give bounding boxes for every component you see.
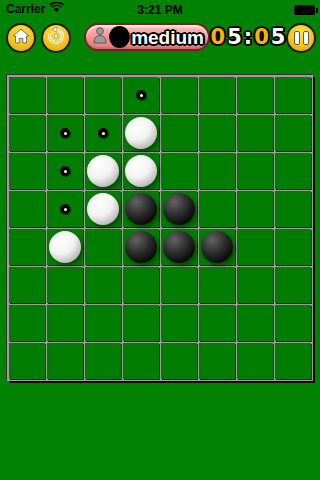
toolbar: medium 05:05 [0, 20, 320, 60]
board-cell-a8[interactable] [9, 343, 45, 379]
board-cell-a5[interactable] [9, 229, 45, 265]
black-disc [201, 231, 233, 263]
timer-char: : [244, 25, 252, 49]
board-cell-g2[interactable] [237, 115, 273, 151]
timer-char: 0 [211, 25, 226, 49]
board-cell-g6[interactable] [237, 267, 273, 303]
board-cell-f7[interactable] [199, 305, 235, 341]
board-cell-g5[interactable] [237, 229, 273, 265]
legal-move-hint[interactable] [98, 128, 108, 138]
undo-icon [47, 27, 65, 49]
board-cell-b4[interactable] [47, 191, 83, 227]
board-cell-f6[interactable] [199, 267, 235, 303]
board-cell-e2[interactable] [161, 115, 197, 151]
board-cell-h6[interactable] [275, 267, 311, 303]
board-cell-e3[interactable] [161, 153, 197, 189]
black-disc [125, 231, 157, 263]
board-cell-c3[interactable] [85, 153, 121, 189]
board-cell-e1[interactable] [161, 77, 197, 113]
board-cell-c1[interactable] [85, 77, 121, 113]
board-cell-f2[interactable] [199, 115, 235, 151]
board-cell-e4[interactable] [161, 191, 197, 227]
board-cell-e6[interactable] [161, 267, 197, 303]
board-cell-e8[interactable] [161, 343, 197, 379]
legal-move-hint[interactable] [60, 166, 70, 176]
board-cell-h1[interactable] [275, 77, 311, 113]
board-cell-f3[interactable] [199, 153, 235, 189]
board-cell-d5[interactable] [123, 229, 159, 265]
battery-icon [294, 5, 315, 15]
white-disc [49, 231, 81, 263]
black-disc [163, 231, 195, 263]
black-disc [125, 193, 157, 225]
othello-board [7, 75, 313, 381]
turn-disc-icon [109, 26, 130, 48]
home-icon [12, 28, 30, 48]
board-cell-a4[interactable] [9, 191, 45, 227]
home-button[interactable] [6, 23, 36, 53]
board-cell-c6[interactable] [85, 267, 121, 303]
board-cell-b6[interactable] [47, 267, 83, 303]
board-cell-h3[interactable] [275, 153, 311, 189]
board-cell-h5[interactable] [275, 229, 311, 265]
difficulty-label: medium [131, 28, 204, 47]
player-icon [92, 26, 108, 48]
board-cell-a6[interactable] [9, 267, 45, 303]
legal-move-hint[interactable] [60, 204, 70, 214]
board-cell-f4[interactable] [199, 191, 235, 227]
clock-label: 3:21 PM [0, 3, 320, 17]
board-cell-d8[interactable] [123, 343, 159, 379]
board-cell-h7[interactable] [275, 305, 311, 341]
board-cell-b3[interactable] [47, 153, 83, 189]
board-cell-c7[interactable] [85, 305, 121, 341]
board-cell-f1[interactable] [199, 77, 235, 113]
board-cell-b5[interactable] [47, 229, 83, 265]
timer-display: 05:05 [211, 24, 285, 50]
timer-char: 5 [271, 25, 286, 49]
board-cell-b1[interactable] [47, 77, 83, 113]
board-cell-g1[interactable] [237, 77, 273, 113]
board-cell-c4[interactable] [85, 191, 121, 227]
board-cell-c8[interactable] [85, 343, 121, 379]
timer-char: 5 [227, 25, 242, 49]
timer-char: 0 [254, 25, 269, 49]
board-cell-a3[interactable] [9, 153, 45, 189]
white-disc [125, 117, 157, 149]
board-cell-g4[interactable] [237, 191, 273, 227]
board-cell-d6[interactable] [123, 267, 159, 303]
white-disc [87, 155, 119, 187]
white-disc [125, 155, 157, 187]
board-cell-g7[interactable] [237, 305, 273, 341]
board-cell-d7[interactable] [123, 305, 159, 341]
board-cell-f8[interactable] [199, 343, 235, 379]
board-cell-a7[interactable] [9, 305, 45, 341]
difficulty-badge[interactable]: medium [84, 23, 210, 51]
undo-button[interactable] [41, 23, 71, 53]
board-cell-c2[interactable] [85, 115, 121, 151]
legal-move-hint[interactable] [136, 90, 146, 100]
status-bar: Carrier 3:21 PM [0, 0, 320, 20]
legal-move-hint[interactable] [60, 128, 70, 138]
pause-button[interactable] [286, 23, 316, 53]
board-cell-b2[interactable] [47, 115, 83, 151]
board-cell-h4[interactable] [275, 191, 311, 227]
board-cell-d1[interactable] [123, 77, 159, 113]
board-cell-a1[interactable] [9, 77, 45, 113]
board-cell-d4[interactable] [123, 191, 159, 227]
board-cell-e5[interactable] [161, 229, 197, 265]
board-cell-c5[interactable] [85, 229, 121, 265]
board-cell-a2[interactable] [9, 115, 45, 151]
board-cell-g3[interactable] [237, 153, 273, 189]
pause-icon [294, 31, 309, 45]
white-disc [87, 193, 119, 225]
board-cell-d3[interactable] [123, 153, 159, 189]
black-disc [163, 193, 195, 225]
board-cell-e7[interactable] [161, 305, 197, 341]
board-cell-b8[interactable] [47, 343, 83, 379]
board-cell-b7[interactable] [47, 305, 83, 341]
board-cell-d2[interactable] [123, 115, 159, 151]
board-cell-h8[interactable] [275, 343, 311, 379]
board-cell-g8[interactable] [237, 343, 273, 379]
board-cell-f5[interactable] [199, 229, 235, 265]
board-cell-h2[interactable] [275, 115, 311, 151]
